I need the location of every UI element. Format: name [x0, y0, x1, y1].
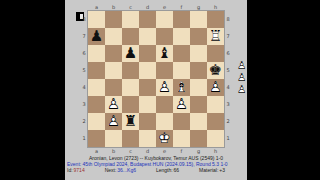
material-balance: Material: +3 [199, 167, 225, 173]
white-rook[interactable]: ♜♖ [207, 28, 224, 45]
coord-label: 5 [81, 62, 87, 79]
coord-label: 4 [81, 79, 87, 96]
coord-label: g [190, 148, 207, 154]
square-c3[interactable] [122, 96, 139, 113]
square-d1[interactable] [139, 130, 156, 147]
coord-label: 8 [225, 11, 231, 28]
square-h3[interactable] [207, 96, 224, 113]
square-e7[interactable] [156, 28, 173, 45]
square-a5[interactable] [88, 62, 105, 79]
white-pawn-outline: ♙ [105, 113, 122, 130]
white-pawn-outline: ♙ [156, 79, 173, 96]
black-pawn[interactable]: ♟ [122, 45, 139, 62]
coord-label: 3 [225, 96, 231, 113]
square-b5[interactable] [105, 62, 122, 79]
coord-label: c [122, 4, 139, 10]
coord-label: 1 [225, 130, 231, 147]
coord-label: 6 [81, 45, 87, 62]
white-pawn[interactable]: ♟♙ [105, 113, 122, 130]
square-h1[interactable] [207, 130, 224, 147]
coord-label: f [173, 4, 190, 10]
square-g3[interactable] [190, 96, 207, 113]
square-c7[interactable] [122, 28, 139, 45]
square-e3[interactable] [156, 96, 173, 113]
coord-label: c [122, 148, 139, 154]
video-frame: abcdefgh 87654321 ♟♜♖♟♝♚♟♙♝♗♟♙♟♙♟♙♟♙♜♚♔ … [0, 0, 320, 180]
black-pawn[interactable]: ♟ [88, 28, 105, 45]
square-f5[interactable] [173, 62, 190, 79]
square-f7[interactable] [173, 28, 190, 45]
square-a8[interactable] [88, 11, 105, 28]
square-e1[interactable]: ♚♔ [156, 130, 173, 147]
square-d2[interactable] [139, 113, 156, 130]
chess-diagram-panel: abcdefgh 87654321 ♟♜♖♟♝♚♟♙♝♗♟♙♟♙♟♙♟♙♜♚♔ … [65, 0, 247, 180]
square-a7[interactable]: ♟ [88, 28, 105, 45]
white-pawn[interactable]: ♟♙ [173, 96, 190, 113]
game-id: Id: 9714 [67, 167, 85, 173]
tray-white-pawn[interactable]: ♟♙ [235, 84, 249, 96]
square-f2[interactable] [173, 113, 190, 130]
file-labels-bottom: abcdefgh [88, 148, 224, 154]
square-b7[interactable] [105, 28, 122, 45]
square-e6[interactable]: ♝ [156, 45, 173, 62]
black-rook[interactable]: ♜ [122, 113, 139, 130]
square-h2[interactable] [207, 113, 224, 130]
square-b8[interactable] [105, 11, 122, 28]
square-e8[interactable] [156, 11, 173, 28]
rank-labels-left: 87654321 [81, 11, 87, 147]
square-a4[interactable] [88, 79, 105, 96]
square-a3[interactable] [88, 96, 105, 113]
coord-label: f [173, 148, 190, 154]
square-f8[interactable] [173, 11, 190, 28]
square-a6[interactable] [88, 45, 105, 62]
white-pawn-outline: ♙ [173, 96, 190, 113]
square-c2[interactable]: ♜ [122, 113, 139, 130]
square-b3[interactable]: ♟♙ [105, 96, 122, 113]
square-d6[interactable] [139, 45, 156, 62]
next-move: Next: 36...Kg6 [105, 167, 136, 173]
coord-label: 2 [81, 113, 87, 130]
coord-label: 1 [81, 130, 87, 147]
coord-label: e [156, 4, 173, 10]
coord-label: b [105, 4, 122, 10]
square-f3[interactable]: ♟♙ [173, 96, 190, 113]
coord-label: h [207, 4, 224, 10]
black-king[interactable]: ♚ [207, 62, 224, 79]
square-f6[interactable] [173, 45, 190, 62]
white-pawn[interactable]: ♟♙ [105, 96, 122, 113]
black-bishop[interactable]: ♝ [156, 45, 173, 62]
coord-label: 3 [81, 96, 87, 113]
coord-label: 8 [81, 11, 87, 28]
white-pawn[interactable]: ♟♙ [207, 79, 224, 96]
square-c5[interactable] [122, 62, 139, 79]
coord-label: b [105, 148, 122, 154]
square-e5[interactable] [156, 62, 173, 79]
square-f1[interactable] [173, 130, 190, 147]
square-c1[interactable] [122, 130, 139, 147]
coord-label: 7 [225, 28, 231, 45]
square-a2[interactable] [88, 113, 105, 130]
square-e4[interactable]: ♟♙ [156, 79, 173, 96]
rank-labels-right: 87654321 [225, 11, 231, 147]
info-caption: Id: 9714 Next: 36...Kg6 Length: 66 Mater… [67, 167, 225, 173]
square-g7[interactable] [190, 28, 207, 45]
square-b1[interactable] [105, 130, 122, 147]
square-g6[interactable] [190, 45, 207, 62]
square-b2[interactable]: ♟♙ [105, 113, 122, 130]
square-g8[interactable] [190, 11, 207, 28]
coord-label: 6 [225, 45, 231, 62]
square-b6[interactable] [105, 45, 122, 62]
tray-white-pawn-outline: ♙ [235, 84, 249, 96]
square-g4[interactable] [190, 79, 207, 96]
coord-label: 4 [225, 79, 231, 96]
file-labels-top: abcdefgh [88, 4, 224, 10]
white-king-outline: ♔ [156, 130, 173, 147]
square-c6[interactable]: ♟ [122, 45, 139, 62]
square-h5[interactable]: ♚ [207, 62, 224, 79]
square-g2[interactable] [190, 113, 207, 130]
square-d7[interactable] [139, 28, 156, 45]
square-d4[interactable] [139, 79, 156, 96]
coord-label: 2 [225, 113, 231, 130]
coord-label: g [190, 4, 207, 10]
coord-label: d [139, 148, 156, 154]
coord-label: 5 [225, 62, 231, 79]
white-pawn[interactable]: ♟♙ [156, 79, 173, 96]
square-d5[interactable] [139, 62, 156, 79]
chess-board[interactable]: ♟♜♖♟♝♚♟♙♝♗♟♙♟♙♟♙♟♙♜♚♔ [88, 11, 224, 147]
coord-label: h [207, 148, 224, 154]
square-b4[interactable] [105, 79, 122, 96]
white-pawn-outline: ♙ [207, 79, 224, 96]
square-d3[interactable] [139, 96, 156, 113]
square-c8[interactable] [122, 11, 139, 28]
square-d8[interactable] [139, 11, 156, 28]
coord-label: e [156, 148, 173, 154]
square-g5[interactable] [190, 62, 207, 79]
square-f4[interactable]: ♝♗ [173, 79, 190, 96]
square-h6[interactable] [207, 45, 224, 62]
coord-label: 7 [81, 28, 87, 45]
white-bishop[interactable]: ♝♗ [173, 79, 190, 96]
square-e2[interactable] [156, 113, 173, 130]
coord-label: d [139, 4, 156, 10]
white-rook-outline: ♖ [207, 28, 224, 45]
material-advantage-tray: ♟♙♟♙♟♙ [235, 60, 249, 96]
square-g1[interactable] [190, 130, 207, 147]
white-bishop-outline: ♗ [173, 79, 190, 96]
game-length: Length: 66 [156, 167, 179, 173]
white-pawn-outline: ♙ [105, 96, 122, 113]
square-a1[interactable] [88, 130, 105, 147]
square-h4[interactable]: ♟♙ [207, 79, 224, 96]
square-c4[interactable] [122, 79, 139, 96]
square-h8[interactable] [207, 11, 224, 28]
coord-label: a [88, 148, 105, 154]
white-king[interactable]: ♚♔ [156, 130, 173, 147]
square-h7[interactable]: ♜♖ [207, 28, 224, 45]
coord-label: a [88, 4, 105, 10]
